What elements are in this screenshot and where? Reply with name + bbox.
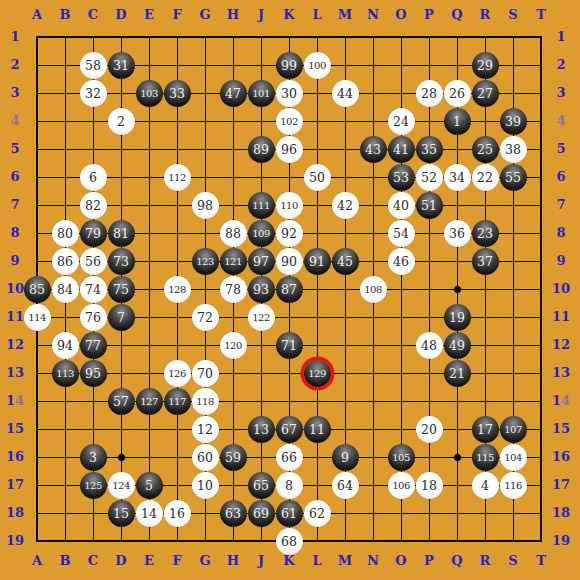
coord-label: 15 [1, 422, 29, 436]
star-point [118, 454, 125, 461]
stone-black-127[interactable]: 127 [136, 388, 163, 415]
stone-white-102[interactable]: 102 [276, 108, 303, 135]
stone-black-129[interactable]: 129 [304, 360, 331, 387]
coord-label: 16 [547, 450, 575, 464]
coord-label: 11 [547, 310, 575, 324]
stone-white-94[interactable]: 94 [52, 332, 79, 359]
stone-white-10[interactable]: 10 [192, 472, 219, 499]
coord-label: 7 [1, 198, 29, 212]
stone-black-91[interactable]: 91 [304, 248, 331, 275]
stone-white-16[interactable]: 16 [164, 500, 191, 527]
coord-label: 5 [547, 142, 575, 156]
stone-black-55[interactable]: 55 [500, 164, 527, 191]
stone-black-51[interactable]: 51 [416, 192, 443, 219]
stone-black-21[interactable]: 21 [444, 360, 471, 387]
stone-white-52[interactable]: 52 [416, 164, 443, 191]
stone-black-93[interactable]: 93 [248, 276, 275, 303]
coord-label: 3 [1, 86, 29, 100]
stone-black-81[interactable]: 81 [108, 220, 135, 247]
stone-black-121[interactable]: 121 [220, 248, 247, 275]
stone-white-64[interactable]: 64 [332, 472, 359, 499]
coord-label: 13 [547, 366, 575, 380]
stone-white-34[interactable]: 34 [444, 164, 471, 191]
stone-white-76[interactable]: 76 [80, 304, 107, 331]
coord-label: F [163, 8, 191, 22]
star-point [454, 286, 461, 293]
coord-label: D [107, 554, 135, 568]
stone-black-39[interactable]: 39 [500, 108, 527, 135]
coord-label: 5 [1, 142, 29, 156]
stone-white-40[interactable]: 40 [388, 192, 415, 219]
coord-label: 4 [547, 114, 575, 128]
stone-black-75[interactable]: 75 [108, 276, 135, 303]
stone-black-31[interactable]: 31 [108, 52, 135, 79]
stone-white-74[interactable]: 74 [80, 276, 107, 303]
stone-black-69[interactable]: 69 [248, 500, 275, 527]
stone-white-110[interactable]: 110 [276, 192, 303, 219]
coord-label: L [303, 554, 331, 568]
stone-black-57[interactable]: 57 [108, 388, 135, 415]
star-point [454, 454, 461, 461]
stone-white-20[interactable]: 20 [416, 416, 443, 443]
stone-black-125[interactable]: 125 [80, 472, 107, 499]
stone-white-100[interactable]: 100 [304, 52, 331, 79]
stone-black-59[interactable]: 59 [220, 444, 247, 471]
coord-label: 13 [1, 366, 29, 380]
stone-black-45[interactable]: 45 [332, 248, 359, 275]
stone-white-54[interactable]: 54 [388, 220, 415, 247]
coord-label: T [527, 554, 555, 568]
coord-label: J [247, 8, 275, 22]
stone-black-87[interactable]: 87 [276, 276, 303, 303]
stone-black-105[interactable]: 105 [388, 444, 415, 471]
stone-black-99[interactable]: 99 [276, 52, 303, 79]
coord-label: F [163, 554, 191, 568]
stone-black-109[interactable]: 109 [248, 220, 275, 247]
stone-white-82[interactable]: 82 [80, 192, 107, 219]
coord-label: Q [443, 8, 471, 22]
stone-white-122[interactable]: 122 [248, 304, 275, 331]
stone-black-13[interactable]: 13 [248, 416, 275, 443]
stone-black-5[interactable]: 5 [136, 472, 163, 499]
stone-black-35[interactable]: 35 [416, 136, 443, 163]
stone-white-92[interactable]: 92 [276, 220, 303, 247]
stone-white-86[interactable]: 86 [52, 248, 79, 275]
stone-black-79[interactable]: 79 [80, 220, 107, 247]
stone-white-84[interactable]: 84 [52, 276, 79, 303]
coord-label: 16 [1, 450, 29, 464]
coord-label: 6 [1, 170, 29, 184]
coord-label: 18 [1, 506, 29, 520]
stone-white-32[interactable]: 32 [80, 80, 107, 107]
stone-black-123[interactable]: 123 [192, 248, 219, 275]
coord-label: S [499, 8, 527, 22]
coord-label: M [331, 554, 359, 568]
coord-label: 4 [1, 114, 29, 128]
stone-white-78[interactable]: 78 [220, 276, 247, 303]
stone-white-108[interactable]: 108 [360, 276, 387, 303]
stone-black-3[interactable]: 3 [80, 444, 107, 471]
stone-black-53[interactable]: 53 [388, 164, 415, 191]
stone-white-118[interactable]: 118 [192, 388, 219, 415]
stone-black-113[interactable]: 113 [52, 360, 79, 387]
stone-black-33[interactable]: 33 [164, 80, 191, 107]
coord-label: 7 [547, 198, 575, 212]
coord-label: 12 [547, 338, 575, 352]
stone-white-22[interactable]: 22 [472, 164, 499, 191]
stone-black-37[interactable]: 37 [472, 248, 499, 275]
stone-white-104[interactable]: 104 [500, 444, 527, 471]
stone-black-27[interactable]: 27 [472, 80, 499, 107]
stone-black-1[interactable]: 1 [444, 108, 471, 135]
stone-black-85[interactable]: 85 [24, 276, 51, 303]
stone-white-42[interactable]: 42 [332, 192, 359, 219]
coord-label: G [191, 554, 219, 568]
stone-white-6[interactable]: 6 [80, 164, 107, 191]
coord-label: P [415, 8, 443, 22]
coord-label: S [499, 554, 527, 568]
stone-black-71[interactable]: 71 [276, 332, 303, 359]
coord-label: M [331, 8, 359, 22]
stone-white-36[interactable]: 36 [444, 220, 471, 247]
stone-white-98[interactable]: 98 [192, 192, 219, 219]
coord-label: 6 [547, 170, 575, 184]
coord-label: A [23, 554, 51, 568]
stone-black-11[interactable]: 11 [304, 416, 331, 443]
stone-black-89[interactable]: 89 [248, 136, 275, 163]
stone-white-60[interactable]: 60 [192, 444, 219, 471]
stone-white-2[interactable]: 2 [108, 108, 135, 135]
coord-label: 9 [1, 254, 29, 268]
coord-label: L [303, 8, 331, 22]
coord-label: 1 [1, 30, 29, 44]
coord-label: H [219, 554, 247, 568]
stone-black-103[interactable]: 103 [136, 80, 163, 107]
stone-black-15[interactable]: 15 [108, 500, 135, 527]
coord-label: 10 [547, 282, 575, 296]
stone-black-77[interactable]: 77 [80, 332, 107, 359]
stone-white-128[interactable]: 128 [164, 276, 191, 303]
stone-black-117[interactable]: 117 [164, 388, 191, 415]
stone-white-26[interactable]: 26 [444, 80, 471, 107]
coord-label: 19 [547, 534, 575, 548]
go-board-diagram: ABCDEFGHJKLMNOPQRST ABCDEFGHJKLMNOPQRST … [0, 0, 580, 580]
stone-black-67[interactable]: 67 [276, 416, 303, 443]
stone-white-56[interactable]: 56 [80, 248, 107, 275]
stone-black-49[interactable]: 49 [444, 332, 471, 359]
stone-white-70[interactable]: 70 [192, 360, 219, 387]
stone-black-95[interactable]: 95 [80, 360, 107, 387]
stone-white-58[interactable]: 58 [80, 52, 107, 79]
grid-line-vertical [317, 37, 318, 541]
stone-white-68[interactable]: 68 [276, 528, 303, 555]
coord-label: G [191, 8, 219, 22]
coord-label: 14 [1, 394, 29, 408]
stone-white-80[interactable]: 80 [52, 220, 79, 247]
stone-black-43[interactable]: 43 [360, 136, 387, 163]
coord-label: B [51, 554, 79, 568]
stone-white-120[interactable]: 120 [220, 332, 247, 359]
stone-black-97[interactable]: 97 [248, 248, 275, 275]
stone-black-17[interactable]: 17 [472, 416, 499, 443]
coord-label: D [107, 8, 135, 22]
coord-label: H [219, 8, 247, 22]
coord-label: N [359, 8, 387, 22]
stone-white-124[interactable]: 124 [108, 472, 135, 499]
stone-black-47[interactable]: 47 [220, 80, 247, 107]
grid-line-vertical [429, 37, 430, 541]
coord-label: C [79, 8, 107, 22]
coord-label: 1 [547, 30, 575, 44]
coord-label: E [135, 554, 163, 568]
coord-label: E [135, 8, 163, 22]
coord-label: A [23, 8, 51, 22]
stone-black-107[interactable]: 107 [500, 416, 527, 443]
coord-label: 2 [547, 58, 575, 72]
stone-white-24[interactable]: 24 [388, 108, 415, 135]
coord-label: 17 [547, 478, 575, 492]
stone-black-29[interactable]: 29 [472, 52, 499, 79]
stone-black-61[interactable]: 61 [276, 500, 303, 527]
stone-white-50[interactable]: 50 [304, 164, 331, 191]
coord-label: P [415, 554, 443, 568]
coord-label: K [275, 8, 303, 22]
coord-label: 19 [1, 534, 29, 548]
coord-label: Q [443, 554, 471, 568]
stone-black-115[interactable]: 115 [472, 444, 499, 471]
stone-black-63[interactable]: 63 [220, 500, 247, 527]
stone-white-112[interactable]: 112 [164, 164, 191, 191]
stone-black-23[interactable]: 23 [472, 220, 499, 247]
stone-white-8[interactable]: 8 [276, 472, 303, 499]
stone-white-38[interactable]: 38 [500, 136, 527, 163]
coord-label: 9 [547, 254, 575, 268]
stone-black-111[interactable]: 111 [248, 192, 275, 219]
stone-white-88[interactable]: 88 [220, 220, 247, 247]
coord-label: O [387, 554, 415, 568]
stone-white-48[interactable]: 48 [416, 332, 443, 359]
coord-label: 15 [547, 422, 575, 436]
coord-label: J [247, 554, 275, 568]
coord-label: B [51, 8, 79, 22]
stone-white-62[interactable]: 62 [304, 500, 331, 527]
coord-label: 2 [1, 58, 29, 72]
stone-white-116[interactable]: 116 [500, 472, 527, 499]
coord-label: 14 [547, 394, 575, 408]
stone-white-72[interactable]: 72 [192, 304, 219, 331]
stone-white-106[interactable]: 106 [388, 472, 415, 499]
stone-black-65[interactable]: 65 [248, 472, 275, 499]
coord-label: 12 [1, 338, 29, 352]
coord-label: 8 [547, 226, 575, 240]
stone-black-7[interactable]: 7 [108, 304, 135, 331]
stone-black-41[interactable]: 41 [388, 136, 415, 163]
stone-black-25[interactable]: 25 [472, 136, 499, 163]
stone-white-90[interactable]: 90 [276, 248, 303, 275]
coord-label: N [359, 554, 387, 568]
coord-label: R [471, 554, 499, 568]
coord-label: 18 [547, 506, 575, 520]
stone-white-14[interactable]: 14 [136, 500, 163, 527]
stone-white-114[interactable]: 114 [24, 304, 51, 331]
stone-black-9[interactable]: 9 [332, 444, 359, 471]
coord-label: C [79, 554, 107, 568]
coord-label: K [275, 554, 303, 568]
stone-white-126[interactable]: 126 [164, 360, 191, 387]
coord-label: T [527, 8, 555, 22]
stone-white-96[interactable]: 96 [276, 136, 303, 163]
coord-label: O [387, 8, 415, 22]
stone-white-30[interactable]: 30 [276, 80, 303, 107]
stone-white-66[interactable]: 66 [276, 444, 303, 471]
stone-black-19[interactable]: 19 [444, 304, 471, 331]
stone-white-4[interactable]: 4 [472, 472, 499, 499]
stone-black-101[interactable]: 101 [248, 80, 275, 107]
stone-white-44[interactable]: 44 [332, 80, 359, 107]
stone-black-73[interactable]: 73 [108, 248, 135, 275]
stone-white-18[interactable]: 18 [416, 472, 443, 499]
coord-label: R [471, 8, 499, 22]
stone-white-12[interactable]: 12 [192, 416, 219, 443]
coord-label: 8 [1, 226, 29, 240]
coord-label: 17 [1, 478, 29, 492]
stone-white-46[interactable]: 46 [388, 248, 415, 275]
coord-label: 3 [547, 86, 575, 100]
stone-white-28[interactable]: 28 [416, 80, 443, 107]
